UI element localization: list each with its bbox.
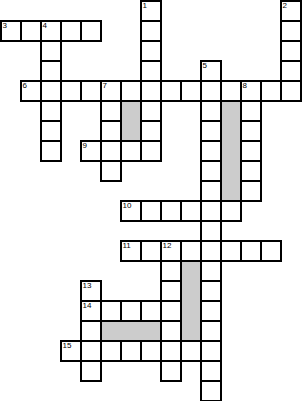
cell-r12-c10[interactable] (200, 240, 222, 262)
cell-r4-c12[interactable] (240, 80, 262, 102)
cell-r7-c4[interactable] (80, 140, 102, 162)
cell-r2-c7[interactable] (140, 40, 162, 62)
cell-r12-c13[interactable] (260, 240, 282, 262)
cell-r12-c7[interactable] (140, 240, 162, 262)
cell-r18-c10[interactable] (200, 360, 222, 382)
cell-r15-c10[interactable] (200, 300, 222, 322)
cell-r10-c10[interactable] (200, 200, 222, 222)
cell-r3-c10[interactable] (200, 60, 222, 82)
cell-r2-c2[interactable] (40, 40, 62, 62)
cell-r17-c5[interactable] (100, 340, 122, 362)
cell-r1-c2[interactable] (40, 20, 62, 42)
cell-r5-c2[interactable] (40, 100, 62, 122)
cell-r17-c9[interactable] (180, 340, 202, 362)
shaded-run-4[interactable] (100, 320, 162, 342)
cell-r10-c8[interactable] (160, 200, 182, 222)
cell-r7-c12[interactable] (240, 140, 262, 162)
cell-r3-c7[interactable] (140, 60, 162, 82)
cell-r17-c8[interactable] (160, 340, 182, 362)
cell-r9-c10[interactable] (200, 180, 222, 202)
cell-r17-c7[interactable] (140, 340, 162, 362)
cell-r15-c7[interactable] (140, 300, 162, 322)
cell-r4-c9[interactable] (180, 80, 202, 102)
cell-r14-c10[interactable] (200, 280, 222, 302)
cell-r14-c8[interactable] (160, 280, 182, 302)
cell-r10-c7[interactable] (140, 200, 162, 222)
shaded-run-3[interactable] (180, 260, 202, 342)
cell-r8-c10[interactable] (200, 160, 222, 182)
cell-r5-c10[interactable] (200, 100, 222, 122)
cell-r6-c7[interactable] (140, 120, 162, 142)
cell-r6-c2[interactable] (40, 120, 62, 142)
cell-r4-c4[interactable] (80, 80, 102, 102)
cell-r7-c2[interactable] (40, 140, 62, 162)
cell-r7-c10[interactable] (200, 140, 222, 162)
cell-r10-c9[interactable] (180, 200, 202, 222)
cell-r4-c8[interactable] (160, 80, 182, 102)
cell-r16-c10[interactable] (200, 320, 222, 342)
cell-r1-c0[interactable] (0, 20, 22, 42)
cell-r13-c10[interactable] (200, 260, 222, 282)
cell-r7-c5[interactable] (100, 140, 122, 162)
cell-r7-c7[interactable] (140, 140, 162, 162)
cell-r4-c1[interactable] (20, 80, 42, 102)
cell-r4-c14[interactable] (280, 80, 302, 102)
cell-r9-c12[interactable] (240, 180, 262, 202)
cell-r15-c4[interactable] (80, 300, 102, 322)
cell-r12-c8[interactable] (160, 240, 182, 262)
cell-r1-c14[interactable] (280, 20, 302, 42)
cell-r6-c5[interactable] (100, 120, 122, 142)
cell-r8-c12[interactable] (240, 160, 262, 182)
cell-r6-c12[interactable] (240, 120, 262, 142)
cell-r5-c7[interactable] (140, 100, 162, 122)
cell-r12-c12[interactable] (240, 240, 262, 262)
cell-r19-c10[interactable] (200, 380, 222, 401)
cell-r1-c3[interactable] (60, 20, 82, 42)
cell-r18-c4[interactable] (80, 360, 102, 382)
cell-r15-c8[interactable] (160, 300, 182, 322)
cell-r4-c11[interactable] (220, 80, 242, 102)
cell-r16-c8[interactable] (160, 320, 182, 342)
cell-r18-c8[interactable] (160, 360, 182, 382)
cell-r17-c6[interactable] (120, 340, 142, 362)
cell-r1-c1[interactable] (20, 20, 42, 42)
cell-r17-c10[interactable] (200, 340, 222, 362)
cell-r4-c6[interactable] (120, 80, 142, 102)
cell-r10-c6[interactable] (120, 200, 142, 222)
shaded-run-1[interactable] (120, 100, 142, 142)
cell-r14-c4[interactable] (80, 280, 102, 302)
cell-r10-c11[interactable] (220, 200, 242, 222)
shaded-run-2[interactable] (220, 100, 242, 202)
cell-r4-c2[interactable] (40, 80, 62, 102)
cell-r0-c14[interactable] (280, 0, 302, 22)
cell-r12-c11[interactable] (220, 240, 242, 262)
cell-r4-c5[interactable] (100, 80, 122, 102)
cell-r4-c3[interactable] (60, 80, 82, 102)
cell-r7-c6[interactable] (120, 140, 142, 162)
cell-r15-c5[interactable] (100, 300, 122, 322)
crossword-board: 123456789101112131415 (0, 0, 302, 401)
cell-r4-c7[interactable] (140, 80, 162, 102)
cell-r4-c13[interactable] (260, 80, 282, 102)
cell-r8-c5[interactable] (100, 160, 122, 182)
cell-r15-c6[interactable] (120, 300, 142, 322)
cell-r11-c10[interactable] (200, 220, 222, 242)
cell-r16-c4[interactable] (80, 320, 102, 342)
cell-r3-c14[interactable] (280, 60, 302, 82)
cell-r12-c6[interactable] (120, 240, 142, 262)
cell-r17-c4[interactable] (80, 340, 102, 362)
cell-r5-c12[interactable] (240, 100, 262, 122)
cell-r2-c14[interactable] (280, 40, 302, 62)
cell-r6-c10[interactable] (200, 120, 222, 142)
cell-r4-c10[interactable] (200, 80, 222, 102)
cell-r12-c9[interactable] (180, 240, 202, 262)
cell-r1-c7[interactable] (140, 20, 162, 42)
cell-r13-c8[interactable] (160, 260, 182, 282)
cell-r1-c4[interactable] (80, 20, 102, 42)
cell-r0-c7[interactable] (140, 0, 162, 22)
cell-r17-c3[interactable] (60, 340, 82, 362)
cell-r3-c2[interactable] (40, 60, 62, 82)
cell-r5-c5[interactable] (100, 100, 122, 122)
